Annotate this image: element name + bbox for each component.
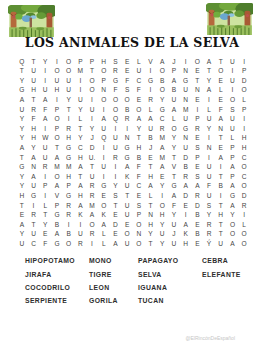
word-search-grid: QTYIOPPHSELVAJIOATUITUIOOMTOREUIOPNETOIP… xyxy=(16,57,250,249)
word-item: HIPOPOTAMO xyxy=(25,258,89,265)
grid-cell: T xyxy=(74,172,86,182)
grid-cell: E xyxy=(145,153,157,163)
grid-cell: U xyxy=(28,67,40,77)
grid-cell: I xyxy=(215,163,227,173)
grid-cell: I xyxy=(238,211,250,221)
grid-cell: U xyxy=(203,115,215,125)
grid-cell: H xyxy=(63,172,75,182)
grid-cell: B xyxy=(156,76,168,86)
grid-cell: I xyxy=(86,95,98,105)
grid-cell: H xyxy=(98,57,110,67)
grid-cell: O xyxy=(51,172,63,182)
grid-cell: U xyxy=(168,239,180,249)
grid-cell: D xyxy=(191,201,203,211)
grid-cell: J xyxy=(168,230,180,240)
grid-cell: I xyxy=(86,115,98,125)
grid-cell: L xyxy=(98,230,110,240)
grid-cell: J xyxy=(86,134,98,144)
grid-cell: Q xyxy=(98,134,110,144)
grid-cell: Y xyxy=(16,76,28,86)
grid-cell: K xyxy=(180,230,192,240)
grid-cell: U xyxy=(227,57,239,67)
grid-cell: N xyxy=(191,86,203,96)
grid-cell: D xyxy=(238,76,250,86)
grid-cell: O xyxy=(191,57,203,67)
grid-cell: H xyxy=(28,86,40,96)
grid-cell: Y xyxy=(16,172,28,182)
grid-cell: D xyxy=(180,153,192,163)
grid-cell: A xyxy=(28,172,40,182)
grid-cell: U xyxy=(86,172,98,182)
grid-cell: T xyxy=(215,134,227,144)
grid-cell: G xyxy=(16,86,28,96)
grid-cell: P xyxy=(238,105,250,115)
grid-cell: Y xyxy=(168,211,180,221)
grid-cell: I xyxy=(74,76,86,86)
grid-cell: A xyxy=(168,191,180,201)
grid-cell: I xyxy=(86,239,98,249)
grid-cell: T xyxy=(39,211,51,221)
grid-cell: M xyxy=(74,67,86,77)
grid-cell: Y xyxy=(227,211,239,221)
grid-cell: I xyxy=(110,163,122,173)
grid-cell: O xyxy=(121,95,133,105)
word-item: PAPAGAYO xyxy=(138,258,202,265)
grid-cell: Y xyxy=(16,124,28,134)
grid-cell: G xyxy=(121,153,133,163)
grid-cell: Y xyxy=(168,143,180,153)
grid-cell: I xyxy=(74,220,86,230)
grid-cell: V xyxy=(51,191,63,201)
grid-cell: O xyxy=(98,201,110,211)
grid-cell: J xyxy=(145,143,157,153)
grid-cell: J xyxy=(168,57,180,67)
grid-cell: A xyxy=(121,163,133,173)
grid-cell: A xyxy=(16,95,28,105)
grid-cell: V xyxy=(145,57,157,67)
grid-cell: T xyxy=(203,67,215,77)
grid-cell: S xyxy=(203,201,215,211)
grid-cell: I xyxy=(180,57,192,67)
grid-cell: U xyxy=(110,134,122,144)
word-item: SERPIENTE xyxy=(25,298,89,305)
grid-cell: S xyxy=(121,86,133,96)
grid-cell: A xyxy=(110,239,122,249)
grid-cell: E xyxy=(110,211,122,221)
grid-cell: I xyxy=(98,105,110,115)
grid-cell: H xyxy=(145,220,157,230)
grid-cell: Y xyxy=(63,95,75,105)
grid-cell: U xyxy=(203,191,215,201)
grid-cell: A xyxy=(180,220,192,230)
watermark: @ElRincónDeEspañol xyxy=(185,335,235,341)
grid-cell: Y xyxy=(168,134,180,144)
grid-cell: M xyxy=(156,153,168,163)
word-item: GORILA xyxy=(89,298,138,305)
grid-cell: I xyxy=(238,57,250,67)
jungle-image-left xyxy=(8,5,55,37)
grid-cell: G xyxy=(51,211,63,221)
grid-cell: T xyxy=(215,220,227,230)
grid-cell: U xyxy=(168,220,180,230)
grid-cell: R xyxy=(110,67,122,77)
grid-cell: R xyxy=(39,163,51,173)
jungle-image-right xyxy=(206,3,253,35)
grid-cell: H xyxy=(74,191,86,201)
grid-cell: A xyxy=(203,86,215,96)
grid-cell: K xyxy=(121,172,133,182)
grid-cell: E xyxy=(215,76,227,86)
grid-cell: O xyxy=(110,105,122,115)
grid-cell: U xyxy=(74,95,86,105)
grid-cell: Ý xyxy=(203,239,215,249)
grid-cell: T xyxy=(28,95,40,105)
grid-cell: P xyxy=(227,143,239,153)
grid-cell: U xyxy=(63,76,75,86)
grid-cell: D xyxy=(110,220,122,230)
grid-cell: K xyxy=(98,211,110,221)
grid-cell: U xyxy=(39,153,51,163)
grid-cell: T xyxy=(168,153,180,163)
grid-cell: U xyxy=(168,95,180,105)
grid-cell: T xyxy=(74,124,86,134)
grid-cell: R xyxy=(180,172,192,182)
grid-cell: G xyxy=(227,191,239,201)
grid-cell: T xyxy=(133,134,145,144)
grid-cell: Y xyxy=(74,134,86,144)
grid-cell: F xyxy=(133,163,145,173)
grid-cell: T xyxy=(51,143,63,153)
grid-cell: F xyxy=(39,105,51,115)
grid-cell: N xyxy=(180,134,192,144)
grid-cell: R xyxy=(145,95,157,105)
grid-cell: T xyxy=(16,201,28,211)
grid-cell: G xyxy=(63,153,75,163)
grid-cell: H xyxy=(180,239,192,249)
grid-cell: V xyxy=(168,163,180,173)
grid-cell: B xyxy=(121,105,133,115)
word-item: MONO xyxy=(89,258,138,265)
grid-cell: W xyxy=(39,134,51,144)
grid-cell: U xyxy=(63,86,75,96)
grid-cell: U. xyxy=(86,153,98,163)
grid-cell: R xyxy=(28,211,40,221)
grid-cell: R xyxy=(191,124,203,134)
grid-cell: R xyxy=(156,124,168,134)
grid-cell: B xyxy=(63,230,75,240)
grid-cell: A xyxy=(203,57,215,67)
grid-cell: R xyxy=(28,105,40,115)
grid-cell: A xyxy=(74,182,86,192)
grid-cell: Y xyxy=(16,115,28,125)
grid-cell: U xyxy=(98,124,110,134)
grid-cell: E xyxy=(121,220,133,230)
grid-cell: N xyxy=(121,134,133,144)
grid-cell: C xyxy=(74,143,86,153)
grid-cell: S xyxy=(227,105,239,115)
grid-cell: T xyxy=(168,172,180,182)
grid-cell: H xyxy=(28,134,40,144)
grid-cell: T xyxy=(63,105,75,115)
grid-cell: Q xyxy=(110,115,122,125)
grid-cell: D xyxy=(238,191,250,201)
grid-cell: O xyxy=(98,67,110,77)
grid-cell: C xyxy=(156,115,168,125)
grid-cell: U xyxy=(28,182,40,192)
grid-cell: E xyxy=(110,230,122,240)
grid-cell: T xyxy=(86,67,98,77)
grid-cell: R xyxy=(86,191,98,201)
grid-cell: L xyxy=(238,220,250,230)
grid-cell: L xyxy=(98,239,110,249)
grid-cell: N xyxy=(133,230,145,240)
grid-cell: Y xyxy=(39,220,51,230)
grid-cell: D xyxy=(180,191,192,201)
grid-cell: E xyxy=(191,163,203,173)
grid-cell: O xyxy=(63,239,75,249)
grid-cell: P xyxy=(86,57,98,67)
grid-cell: I xyxy=(145,67,157,77)
grid-cell: I xyxy=(51,95,63,105)
grid-cell: O xyxy=(86,86,98,96)
grid-cell: U xyxy=(215,239,227,249)
grid-cell: I xyxy=(110,172,122,182)
word-item: TIGRE xyxy=(89,272,138,279)
grid-cell: A xyxy=(16,143,28,153)
grid-cell: A xyxy=(51,182,63,192)
grid-cell: U xyxy=(98,163,110,173)
grid-cell: N xyxy=(145,211,157,221)
grid-cell: O xyxy=(133,239,145,249)
grid-cell: A xyxy=(145,115,157,125)
grid-cell: Y xyxy=(16,230,28,240)
grid-cell: P xyxy=(74,57,86,67)
grid-cell: R xyxy=(86,230,98,240)
grid-cell: N xyxy=(28,163,40,173)
grid-cell: T xyxy=(215,57,227,67)
grid-cell: E xyxy=(191,220,203,230)
grid-cell: H xyxy=(63,134,75,144)
grid-cell: U xyxy=(28,76,40,86)
grid-cell: I xyxy=(191,105,203,115)
grid-cell: C xyxy=(133,76,145,86)
grid-cell: O xyxy=(133,220,145,230)
grid-cell: I xyxy=(98,153,110,163)
grid-cell: U xyxy=(203,172,215,182)
grid-cell: O xyxy=(51,134,63,144)
grid-cell: A xyxy=(86,211,98,221)
grid-cell: L xyxy=(227,134,239,144)
grid-cell: E xyxy=(191,239,203,249)
grid-cell: L xyxy=(145,105,157,115)
grid-cell: P xyxy=(238,67,250,77)
grid-cell: E xyxy=(156,172,168,182)
grid-cell: Q xyxy=(16,57,28,67)
grid-cell: M xyxy=(180,105,192,115)
grid-cell: R xyxy=(203,230,215,240)
grid-cell: I xyxy=(121,124,133,134)
grid-cell: U xyxy=(227,76,239,86)
grid-cell: S xyxy=(191,143,203,153)
grid-cell: F xyxy=(121,76,133,86)
grid-cell: Y xyxy=(156,95,168,105)
grid-cell: E xyxy=(98,191,110,201)
grid-cell: G xyxy=(145,76,157,86)
jungle-icon xyxy=(8,5,55,37)
grid-cell: G xyxy=(51,239,63,249)
grid-cell: R xyxy=(121,115,133,125)
grid-cell: M xyxy=(51,163,63,173)
grid-cell: P xyxy=(51,105,63,115)
grid-cell: U xyxy=(121,211,133,221)
grid-cell: B xyxy=(51,220,63,230)
grid-cell: A xyxy=(180,182,192,192)
grid-cell: T xyxy=(121,191,133,201)
grid-cell: A xyxy=(156,143,168,153)
grid-cell: A xyxy=(227,163,239,173)
grid-cell: O xyxy=(227,95,239,105)
grid-cell: N xyxy=(180,95,192,105)
grid-cell: E xyxy=(133,95,145,105)
grid-cell: O xyxy=(121,230,133,240)
grid-cell: O xyxy=(238,239,250,249)
grid-cell: A xyxy=(215,153,227,163)
grid-cell: Y xyxy=(39,57,51,67)
grid-cell: Y xyxy=(74,105,86,115)
grid-cell: Y xyxy=(86,124,98,134)
grid-cell: G xyxy=(180,124,192,134)
grid-cell: R xyxy=(63,211,75,221)
grid-cell: Y xyxy=(156,239,168,249)
grid-cell: T xyxy=(145,239,157,249)
grid-cell: D xyxy=(86,143,98,153)
grid-cell: T xyxy=(28,220,40,230)
grid-cell: Y xyxy=(203,76,215,86)
grid-cell: B xyxy=(145,134,157,144)
grid-cell: S xyxy=(110,191,122,201)
grid-cell: B xyxy=(133,153,145,163)
grid-cell: L xyxy=(168,115,180,125)
grid-cell: F xyxy=(39,239,51,249)
grid-cell: L xyxy=(145,191,157,201)
grid-cell: T xyxy=(86,163,98,173)
grid-cell: A xyxy=(16,220,28,230)
grid-cell: F xyxy=(215,105,227,115)
grid-cell: O xyxy=(238,182,250,192)
grid-cell: U xyxy=(121,239,133,249)
grid-cell: P xyxy=(51,201,63,211)
grid-cell: A xyxy=(51,153,63,163)
grid-cell: A xyxy=(51,230,63,240)
grid-cell: A xyxy=(156,163,168,173)
grid-cell: A xyxy=(98,220,110,230)
grid-cell: K xyxy=(74,211,86,221)
grid-cell: O xyxy=(156,201,168,211)
grid-cell: U xyxy=(51,76,63,86)
grid-cell: Y xyxy=(156,182,168,192)
word-list: HIPOPOTAMOMONOPAPAGAYOCEBRAJIRAFATIGRESE… xyxy=(25,255,253,309)
grid-cell: I xyxy=(180,211,192,221)
grid-cell: P xyxy=(168,67,180,77)
grid-cell: U xyxy=(156,230,168,240)
grid-cell: O xyxy=(110,95,122,105)
grid-cell: I xyxy=(63,220,75,230)
grid-cell: O xyxy=(63,57,75,67)
grid-cell: B xyxy=(168,86,180,96)
grid-cell: H xyxy=(215,211,227,221)
grid-cell: O xyxy=(98,95,110,105)
grid-cell: I xyxy=(110,124,122,134)
grid-cell: C xyxy=(238,172,250,182)
grid-cell: I xyxy=(215,191,227,201)
grid-cell: O xyxy=(238,163,250,173)
grid-cell: F xyxy=(133,86,145,96)
grid-cell: O xyxy=(238,86,250,96)
grid-cell: Y xyxy=(110,182,122,192)
grid-cell: G xyxy=(110,76,122,86)
grid-cell: I xyxy=(39,76,51,86)
jungle-icon xyxy=(206,3,253,35)
grid-cell: R xyxy=(238,201,250,211)
grid-cell: C xyxy=(133,182,145,192)
grid-cell: U xyxy=(86,105,98,115)
grid-cell: P xyxy=(191,115,203,125)
grid-cell: I xyxy=(98,143,110,153)
grid-cell: P xyxy=(227,153,239,163)
grid-cell: I xyxy=(39,172,51,182)
grid-cell: A xyxy=(145,182,157,192)
grid-cell: A xyxy=(98,115,110,125)
grid-cell: S xyxy=(110,57,122,67)
grid-cell: I xyxy=(63,115,75,125)
grid-cell: I xyxy=(203,153,215,163)
grid-cell: R xyxy=(191,191,203,201)
grid-cell: U xyxy=(133,67,145,77)
grid-cell: A xyxy=(191,182,203,192)
grid-cell: U xyxy=(180,86,192,96)
grid-cell: P xyxy=(63,182,75,192)
grid-cell: Y xyxy=(133,124,145,134)
word-item: CEBRA xyxy=(202,258,253,265)
grid-cell: U xyxy=(39,86,51,96)
grid-cell: F xyxy=(133,172,145,182)
grid-cell: C xyxy=(28,239,40,249)
grid-cell: U xyxy=(121,201,133,211)
grid-cell: Y xyxy=(145,230,157,240)
grid-cell: F xyxy=(28,115,40,125)
grid-cell: Y xyxy=(16,134,28,144)
grid-cell: L xyxy=(133,57,145,67)
grid-cell: P xyxy=(51,124,63,134)
grid-cell: O xyxy=(86,76,98,86)
grid-cell: H xyxy=(51,86,63,96)
grid-cell: O xyxy=(86,220,98,230)
grid-cell: I xyxy=(227,67,239,77)
grid-cell: G xyxy=(121,143,133,153)
grid-cell: A xyxy=(39,115,51,125)
grid-cell: R xyxy=(203,220,215,230)
grid-cell: O xyxy=(156,86,168,96)
grid-cell: R xyxy=(86,182,98,192)
grid-cell: U xyxy=(74,230,86,240)
grid-cell: E xyxy=(121,67,133,77)
grid-cell: E xyxy=(16,211,28,221)
grid-cell: U xyxy=(203,163,215,173)
grid-cell: A xyxy=(74,201,86,211)
grid-cell: L xyxy=(238,95,250,105)
grid-cell: Y xyxy=(203,124,215,134)
grid-cell: A xyxy=(215,115,227,125)
